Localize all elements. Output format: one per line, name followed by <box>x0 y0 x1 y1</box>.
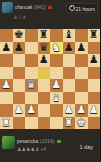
square-h7[interactable] <box>88 42 101 55</box>
square-c3[interactable] <box>25 92 38 105</box>
square-a7[interactable]: ♟ <box>0 42 13 55</box>
square-f3[interactable] <box>63 92 76 105</box>
square-b8[interactable]: ♚ <box>13 29 26 42</box>
top-player-bar: ofancak (941) ♙♘♗ 21 hours <box>0 0 100 29</box>
square-b6[interactable] <box>13 54 26 67</box>
square-e8[interactable] <box>50 29 63 42</box>
top-player-time: 21 hours <box>76 5 95 11</box>
black-king-b8[interactable]: ♚ <box>13 29 26 42</box>
square-f4[interactable] <box>63 79 76 92</box>
top-player-avatar[interactable] <box>2 2 13 13</box>
top-player-time-badge: 21 hours <box>66 3 98 13</box>
square-d5[interactable] <box>38 67 51 80</box>
square-e4[interactable]: ♟ <box>50 79 63 92</box>
white-rook-f1[interactable]: ♜ <box>63 117 76 130</box>
square-h4[interactable] <box>88 79 101 92</box>
white-rook-a1[interactable]: ♜ <box>0 117 13 130</box>
square-a5[interactable] <box>0 67 13 80</box>
black-queen-d7[interactable]: ♛ <box>38 42 51 55</box>
square-h2[interactable]: ♟ <box>88 104 101 117</box>
square-g8[interactable] <box>75 29 88 42</box>
black-pawn-d6[interactable]: ♟ <box>38 54 51 67</box>
white-queen-c4[interactable]: ♛ <box>25 79 38 92</box>
square-d1[interactable] <box>38 117 51 130</box>
square-g1[interactable]: ♚ <box>75 117 88 130</box>
square-c2[interactable]: ♟ <box>25 104 38 117</box>
square-g2[interactable]: ♟ <box>75 104 88 117</box>
chess-board: ♚♜♝♜♟♟♛♞♟♟♟♟♟♛♟♝♟♟♟♟♟♜♜♚ <box>0 29 100 129</box>
square-h6[interactable]: ♟ <box>88 54 101 67</box>
square-a6[interactable] <box>0 54 13 67</box>
square-c8[interactable] <box>25 29 38 42</box>
black-pawn-a7[interactable]: ♟ <box>0 42 13 55</box>
black-rook-d8[interactable]: ♜ <box>38 29 51 42</box>
square-f6[interactable] <box>63 54 76 67</box>
square-d6[interactable]: ♟ <box>38 54 51 67</box>
white-king-g1[interactable]: ♚ <box>75 117 88 130</box>
white-pawn-a4[interactable]: ♟ <box>0 79 13 92</box>
square-c6[interactable] <box>25 54 38 67</box>
square-c7[interactable] <box>25 42 38 55</box>
white-pawn-f2[interactable]: ♟ <box>63 104 76 117</box>
top-player-captured-pieces: ♙♘♗ <box>13 14 26 20</box>
top-player-name: ofancak <box>15 4 33 10</box>
square-e5[interactable] <box>50 67 63 80</box>
black-pawn-g7[interactable]: ♟ <box>75 42 88 55</box>
square-f1[interactable]: ♜ <box>63 117 76 130</box>
square-g5[interactable] <box>75 67 88 80</box>
square-g6[interactable] <box>75 54 88 67</box>
bottom-player-name: pesancka <box>17 138 38 144</box>
square-a3[interactable] <box>0 92 13 105</box>
square-a1[interactable]: ♜ <box>0 117 13 130</box>
square-a2[interactable] <box>0 104 13 117</box>
square-g4[interactable] <box>75 79 88 92</box>
material-score: +4 <box>40 146 46 152</box>
square-h1[interactable] <box>88 117 101 130</box>
square-b1[interactable] <box>13 117 26 130</box>
square-b2[interactable]: ♟ <box>13 104 26 117</box>
square-e7[interactable]: ♞ <box>50 42 63 55</box>
top-player-name-row[interactable]: ofancak (941) <box>15 4 52 10</box>
black-pawn-b7[interactable]: ♟ <box>13 42 26 55</box>
square-c1[interactable] <box>25 117 38 130</box>
square-e1[interactable] <box>50 117 63 130</box>
square-c5[interactable] <box>25 67 38 80</box>
square-b4[interactable] <box>13 79 26 92</box>
white-pawn-e4[interactable]: ♟ <box>50 79 63 92</box>
square-h3[interactable] <box>88 92 101 105</box>
square-b5[interactable] <box>13 67 26 80</box>
square-e3[interactable]: ♝ <box>50 92 63 105</box>
square-e6[interactable] <box>50 54 63 67</box>
white-knight-e7[interactable]: ♞ <box>50 42 63 55</box>
clock-icon <box>69 5 75 11</box>
white-pawn-b2[interactable]: ♟ <box>13 104 26 117</box>
square-d2[interactable] <box>38 104 51 117</box>
square-a8[interactable] <box>0 29 13 42</box>
square-f7[interactable]: ♟ <box>63 42 76 55</box>
square-f2[interactable]: ♟ <box>63 104 76 117</box>
square-f5[interactable] <box>63 67 76 80</box>
square-h8[interactable]: ♜ <box>88 29 101 42</box>
chess-app-screen: ofancak (941) ♙♘♗ 21 hours ♚♜♝♜♟♟♛♞♟♟♟♟♟… <box>0 0 100 162</box>
bottom-player-flag-icon <box>57 140 61 143</box>
square-d8[interactable]: ♜ <box>38 29 51 42</box>
square-d4[interactable] <box>38 79 51 92</box>
bottom-player-name-row[interactable]: pesancka (1014) <box>17 138 61 144</box>
square-d7[interactable]: ♛ <box>38 42 51 55</box>
bottom-player-time: 1 day <box>80 144 93 150</box>
square-b7[interactable]: ♟ <box>13 42 26 55</box>
square-b3[interactable] <box>13 92 26 105</box>
square-e2[interactable] <box>50 104 63 117</box>
white-bishop-e3[interactable]: ♝ <box>50 92 63 105</box>
square-a4[interactable]: ♟ <box>0 79 13 92</box>
square-d3[interactable] <box>38 92 51 105</box>
white-pawn-g2[interactable]: ♟ <box>75 104 88 117</box>
bottom-player-captured-pieces: ♟♟♞♞♝+4 <box>17 146 46 152</box>
square-f8[interactable]: ♝ <box>63 29 76 42</box>
bottom-player-rating: (1014) <box>40 138 54 144</box>
black-bishop-f8[interactable]: ♝ <box>63 29 76 42</box>
top-player-rating: (941) <box>34 4 46 10</box>
white-pawn-c2[interactable]: ♟ <box>25 104 38 117</box>
square-g7[interactable]: ♟ <box>75 42 88 55</box>
square-g3[interactable] <box>75 92 88 105</box>
black-pawn-f7[interactable]: ♟ <box>63 42 76 55</box>
square-c4[interactable]: ♛ <box>25 79 38 92</box>
bottom-player-avatar[interactable] <box>2 136 15 149</box>
square-h5[interactable] <box>88 67 101 80</box>
white-pawn-h2[interactable]: ♟ <box>88 104 101 117</box>
top-player-flag-icon <box>48 6 52 9</box>
black-rook-h8[interactable]: ♜ <box>88 29 101 42</box>
bottom-player-bar: pesancka (1014) ♟♟♞♞♝+4 1 day <box>0 129 100 162</box>
black-pawn-h6[interactable]: ♟ <box>88 54 101 67</box>
